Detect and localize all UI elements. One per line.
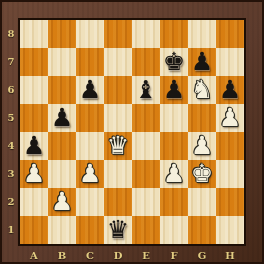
file-label-a: A bbox=[20, 247, 48, 264]
square-h3[interactable] bbox=[216, 160, 244, 188]
square-a7[interactable] bbox=[20, 48, 48, 76]
square-c7[interactable] bbox=[76, 48, 104, 76]
square-c4[interactable] bbox=[76, 132, 104, 160]
piece-white-pawn-h5[interactable]: ♟ bbox=[219, 104, 241, 132]
piece-black-king-f7[interactable]: ♚ bbox=[163, 48, 185, 76]
file-label-h: H bbox=[216, 247, 244, 264]
square-a1[interactable] bbox=[20, 216, 48, 244]
square-g5[interactable] bbox=[188, 104, 216, 132]
square-c3[interactable]: ♟ bbox=[76, 160, 104, 188]
piece-black-pawn-a4[interactable]: ♟ bbox=[23, 132, 45, 160]
rank-label-3: 3 bbox=[4, 160, 18, 188]
file-label-c: C bbox=[76, 247, 104, 264]
rank-label-1: 1 bbox=[4, 216, 18, 244]
rank-label-4: 4 bbox=[4, 132, 18, 160]
piece-white-pawn-a3[interactable]: ♟ bbox=[23, 160, 45, 188]
file-label-g: G bbox=[188, 247, 216, 264]
square-f2[interactable] bbox=[160, 188, 188, 216]
square-e7[interactable] bbox=[132, 48, 160, 76]
piece-white-pawn-c3[interactable]: ♟ bbox=[79, 160, 101, 188]
rank-label-6: 6 bbox=[4, 76, 18, 104]
piece-white-king-g3[interactable]: ♚ bbox=[191, 160, 213, 188]
chess-board: ♚♟♟♝♟♞♟♟♟♟♛♟♟♟♟♚♟♛ bbox=[18, 18, 246, 246]
square-e4[interactable] bbox=[132, 132, 160, 160]
file-label-b: B bbox=[48, 247, 76, 264]
piece-black-pawn-g7[interactable]: ♟ bbox=[191, 48, 213, 76]
piece-white-pawn-b2[interactable]: ♟ bbox=[51, 188, 73, 216]
square-g3[interactable]: ♚ bbox=[188, 160, 216, 188]
piece-black-pawn-c6[interactable]: ♟ bbox=[79, 76, 101, 104]
square-f1[interactable] bbox=[160, 216, 188, 244]
square-d4[interactable]: ♛ bbox=[104, 132, 132, 160]
square-f3[interactable]: ♟ bbox=[160, 160, 188, 188]
rank-label-5: 5 bbox=[4, 104, 18, 132]
square-f8[interactable] bbox=[160, 20, 188, 48]
square-d8[interactable] bbox=[104, 20, 132, 48]
square-d3[interactable] bbox=[104, 160, 132, 188]
square-a8[interactable] bbox=[20, 20, 48, 48]
square-a4[interactable]: ♟ bbox=[20, 132, 48, 160]
square-b2[interactable]: ♟ bbox=[48, 188, 76, 216]
square-h4[interactable] bbox=[216, 132, 244, 160]
square-c5[interactable] bbox=[76, 104, 104, 132]
square-e5[interactable] bbox=[132, 104, 160, 132]
square-d2[interactable] bbox=[104, 188, 132, 216]
file-label-d: D bbox=[104, 247, 132, 264]
piece-black-queen-d1[interactable]: ♛ bbox=[107, 216, 129, 244]
square-a5[interactable] bbox=[20, 104, 48, 132]
square-g8[interactable] bbox=[188, 20, 216, 48]
square-c2[interactable] bbox=[76, 188, 104, 216]
rank-label-7: 7 bbox=[4, 48, 18, 76]
piece-black-pawn-h6[interactable]: ♟ bbox=[219, 76, 241, 104]
square-c1[interactable] bbox=[76, 216, 104, 244]
square-b6[interactable] bbox=[48, 76, 76, 104]
square-g2[interactable] bbox=[188, 188, 216, 216]
square-e1[interactable] bbox=[132, 216, 160, 244]
square-b7[interactable] bbox=[48, 48, 76, 76]
square-a2[interactable] bbox=[20, 188, 48, 216]
square-b4[interactable] bbox=[48, 132, 76, 160]
piece-white-knight-g6[interactable]: ♞ bbox=[191, 76, 213, 104]
piece-white-queen-d4[interactable]: ♛ bbox=[107, 132, 129, 160]
square-b5[interactable]: ♟ bbox=[48, 104, 76, 132]
square-f6[interactable]: ♟ bbox=[160, 76, 188, 104]
square-a3[interactable]: ♟ bbox=[20, 160, 48, 188]
piece-black-pawn-f6[interactable]: ♟ bbox=[163, 76, 185, 104]
square-h8[interactable] bbox=[216, 20, 244, 48]
square-h2[interactable] bbox=[216, 188, 244, 216]
square-h7[interactable] bbox=[216, 48, 244, 76]
piece-white-pawn-g4[interactable]: ♟ bbox=[191, 132, 213, 160]
file-label-e: E bbox=[132, 247, 160, 264]
square-e8[interactable] bbox=[132, 20, 160, 48]
square-g1[interactable] bbox=[188, 216, 216, 244]
square-g6[interactable]: ♞ bbox=[188, 76, 216, 104]
square-f4[interactable] bbox=[160, 132, 188, 160]
square-d5[interactable] bbox=[104, 104, 132, 132]
rank-label-2: 2 bbox=[4, 188, 18, 216]
square-h6[interactable]: ♟ bbox=[216, 76, 244, 104]
piece-black-pawn-b5[interactable]: ♟ bbox=[51, 104, 73, 132]
square-f7[interactable]: ♚ bbox=[160, 48, 188, 76]
file-label-f: F bbox=[160, 247, 188, 264]
piece-black-bishop-e6[interactable]: ♝ bbox=[135, 76, 157, 104]
square-h5[interactable]: ♟ bbox=[216, 104, 244, 132]
square-e6[interactable]: ♝ bbox=[132, 76, 160, 104]
square-g4[interactable]: ♟ bbox=[188, 132, 216, 160]
square-d7[interactable] bbox=[104, 48, 132, 76]
square-a6[interactable] bbox=[20, 76, 48, 104]
square-h1[interactable] bbox=[216, 216, 244, 244]
square-b1[interactable] bbox=[48, 216, 76, 244]
square-d6[interactable] bbox=[104, 76, 132, 104]
square-e2[interactable] bbox=[132, 188, 160, 216]
chess-app-window: ♚♟♟♝♟♞♟♟♟♟♛♟♟♟♟♚♟♛ 87654321 ABCDEFGH bbox=[0, 0, 264, 264]
rank-label-8: 8 bbox=[4, 20, 18, 48]
square-g7[interactable]: ♟ bbox=[188, 48, 216, 76]
piece-white-pawn-f3[interactable]: ♟ bbox=[163, 160, 185, 188]
square-c8[interactable] bbox=[76, 20, 104, 48]
square-b3[interactable] bbox=[48, 160, 76, 188]
square-b8[interactable] bbox=[48, 20, 76, 48]
square-d1[interactable]: ♛ bbox=[104, 216, 132, 244]
square-f5[interactable] bbox=[160, 104, 188, 132]
square-c6[interactable]: ♟ bbox=[76, 76, 104, 104]
square-e3[interactable] bbox=[132, 160, 160, 188]
